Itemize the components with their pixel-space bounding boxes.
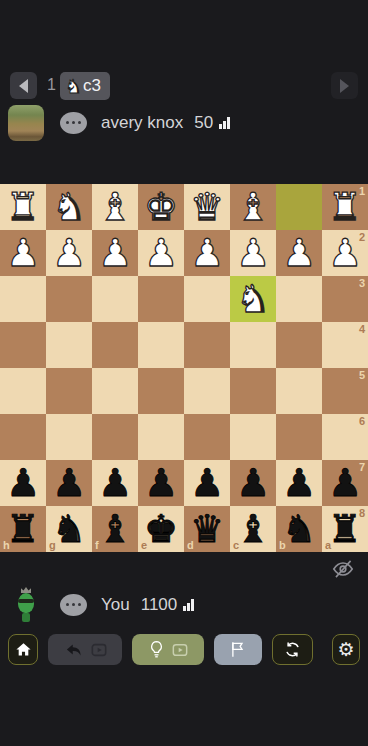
home-icon xyxy=(15,641,32,658)
rank-label: 8 xyxy=(359,507,365,519)
chevron-right-icon xyxy=(340,79,349,93)
square-b4[interactable] xyxy=(276,322,322,368)
square-h8[interactable]: ♜h xyxy=(0,506,46,552)
home-button[interactable] xyxy=(8,634,38,665)
square-g8[interactable]: ♞g xyxy=(46,506,92,552)
piece-black-pawn: ♟︎ xyxy=(46,460,92,506)
opponent-rating: 50 xyxy=(194,113,213,133)
player-row: You 1100 xyxy=(8,586,360,624)
chat-bubble-icon[interactable] xyxy=(60,112,87,134)
square-a6[interactable]: 6 xyxy=(322,414,368,460)
piece-white-bishop: ♝ xyxy=(230,184,276,230)
current-move-chip[interactable]: ♞ c3 xyxy=(60,72,110,100)
piece-black-pawn: ♟︎ xyxy=(230,460,276,506)
square-d7[interactable]: ♟︎ xyxy=(184,460,230,506)
square-f5[interactable] xyxy=(92,368,138,414)
move-san: c3 xyxy=(83,76,101,96)
resign-flag-button[interactable] xyxy=(214,634,262,665)
square-e4[interactable] xyxy=(138,322,184,368)
square-h4[interactable] xyxy=(0,322,46,368)
square-d6[interactable] xyxy=(184,414,230,460)
piece-white-pawn: ♟︎ xyxy=(92,230,138,276)
square-g2[interactable]: ♟︎ xyxy=(46,230,92,276)
square-g4[interactable] xyxy=(46,322,92,368)
piece-white-pawn: ♟︎ xyxy=(138,230,184,276)
square-d5[interactable] xyxy=(184,368,230,414)
square-b8[interactable]: ♞b xyxy=(276,506,322,552)
opponent-name: avery knox xyxy=(101,113,183,133)
square-h3[interactable] xyxy=(0,276,46,322)
chevron-left-icon xyxy=(19,79,28,93)
piece-white-knight: ♞ xyxy=(230,276,276,322)
square-e1[interactable]: ♚ xyxy=(138,184,184,230)
piece-black-pawn: ♟︎ xyxy=(92,460,138,506)
square-c2[interactable]: ♟︎ xyxy=(230,230,276,276)
square-d1[interactable]: ♛ xyxy=(184,184,230,230)
square-d3[interactable] xyxy=(184,276,230,322)
rating-bars-icon xyxy=(219,117,230,129)
game-screen: 1 ♞ c3 avery knox 50 ♜♞♝♚♛♝♜1♟︎♟︎♟︎♟︎♟︎♟… xyxy=(0,0,368,746)
square-h5[interactable] xyxy=(0,368,46,414)
chat-bubble-icon[interactable] xyxy=(60,594,87,616)
square-b2[interactable]: ♟︎ xyxy=(276,230,322,276)
square-a1[interactable]: ♜1 xyxy=(322,184,368,230)
square-d8[interactable]: ♛d xyxy=(184,506,230,552)
square-g3[interactable] xyxy=(46,276,92,322)
piece-white-rook: ♜ xyxy=(0,184,46,230)
file-label: f xyxy=(95,539,99,551)
square-f4[interactable] xyxy=(92,322,138,368)
square-b1[interactable] xyxy=(276,184,322,230)
square-c4[interactable] xyxy=(230,322,276,368)
square-h1[interactable]: ♜ xyxy=(0,184,46,230)
square-h2[interactable]: ♟︎ xyxy=(0,230,46,276)
rank-label: 7 xyxy=(359,461,365,473)
player-rating: 1100 xyxy=(141,595,178,615)
square-e3[interactable] xyxy=(138,276,184,322)
square-c7[interactable]: ♟︎ xyxy=(230,460,276,506)
eye-slash-icon xyxy=(330,556,356,582)
hint-button[interactable] xyxy=(132,634,204,665)
opponent-avatar[interactable] xyxy=(8,104,44,142)
file-label: c xyxy=(233,539,239,551)
square-g6[interactable] xyxy=(46,414,92,460)
square-h6[interactable] xyxy=(0,414,46,460)
file-label: g xyxy=(49,539,56,551)
piece-white-pawn: ♟︎ xyxy=(0,230,46,276)
square-b5[interactable] xyxy=(276,368,322,414)
square-d2[interactable]: ♟︎ xyxy=(184,230,230,276)
opponent-row: avery knox 50 xyxy=(8,104,360,142)
piece-black-pawn: ♟︎ xyxy=(0,460,46,506)
piece-white-queen: ♛ xyxy=(184,184,230,230)
rank-label: 1 xyxy=(359,185,365,197)
hide-eye-button[interactable] xyxy=(330,556,356,582)
square-c6[interactable] xyxy=(230,414,276,460)
square-e8[interactable]: ♚e xyxy=(138,506,184,552)
piece-white-bishop: ♝ xyxy=(92,184,138,230)
video-icon xyxy=(172,643,188,657)
next-move-button[interactable] xyxy=(331,72,358,99)
square-g7[interactable]: ♟︎ xyxy=(46,460,92,506)
refresh-icon xyxy=(283,640,302,659)
square-a7[interactable]: ♟︎7 xyxy=(322,460,368,506)
square-c5[interactable] xyxy=(230,368,276,414)
flag-icon xyxy=(229,640,247,659)
avatar-character xyxy=(16,587,36,623)
video-icon xyxy=(91,643,107,657)
rating-bars-icon xyxy=(183,599,194,611)
player-avatar[interactable] xyxy=(8,586,44,624)
piece-white-pawn: ♟︎ xyxy=(230,230,276,276)
square-b3[interactable] xyxy=(276,276,322,322)
settings-button[interactable]: ⚙ xyxy=(332,634,360,665)
square-g1[interactable]: ♞ xyxy=(46,184,92,230)
square-h7[interactable]: ♟︎ xyxy=(0,460,46,506)
rank-label: 3 xyxy=(359,277,365,289)
square-e5[interactable] xyxy=(138,368,184,414)
piece-white-king: ♚ xyxy=(138,184,184,230)
square-f1[interactable]: ♝ xyxy=(92,184,138,230)
piece-white-pawn: ♟︎ xyxy=(184,230,230,276)
undo-arrow-icon xyxy=(64,640,84,660)
square-e2[interactable]: ♟︎ xyxy=(138,230,184,276)
gear-icon: ⚙ xyxy=(337,640,354,659)
toolbar: ⚙ xyxy=(8,634,360,665)
square-f7[interactable]: ♟︎ xyxy=(92,460,138,506)
square-a2[interactable]: ♟︎2 xyxy=(322,230,368,276)
prev-move-button[interactable] xyxy=(10,72,37,99)
square-f8[interactable]: ♝f xyxy=(92,506,138,552)
square-f6[interactable] xyxy=(92,414,138,460)
square-a8[interactable]: ♜8a xyxy=(322,506,368,552)
rank-label: 4 xyxy=(359,323,365,335)
file-label: h xyxy=(3,539,10,551)
piece-black-pawn: ♟︎ xyxy=(138,460,184,506)
square-c3[interactable]: ♞ xyxy=(230,276,276,322)
square-c8[interactable]: ♝c xyxy=(230,506,276,552)
square-d4[interactable] xyxy=(184,322,230,368)
file-label: b xyxy=(279,539,286,551)
square-e7[interactable]: ♟︎ xyxy=(138,460,184,506)
square-e6[interactable] xyxy=(138,414,184,460)
piece-black-pawn: ♟︎ xyxy=(276,460,322,506)
square-a5[interactable]: 5 xyxy=(322,368,368,414)
piece-black-pawn: ♟︎ xyxy=(184,460,230,506)
move-number: 1 xyxy=(47,76,56,94)
square-a4[interactable]: 4 xyxy=(322,322,368,368)
file-label: a xyxy=(325,539,331,551)
square-b7[interactable]: ♟︎ xyxy=(276,460,322,506)
square-f2[interactable]: ♟︎ xyxy=(92,230,138,276)
rank-label: 2 xyxy=(359,231,365,243)
rematch-button[interactable] xyxy=(272,634,313,665)
piece-white-pawn: ♟︎ xyxy=(276,230,322,276)
avatar-image xyxy=(8,105,44,141)
file-label: e xyxy=(141,539,147,551)
piece-white-knight: ♞ xyxy=(46,184,92,230)
square-g5[interactable] xyxy=(46,368,92,414)
lightbulb-icon xyxy=(148,640,165,659)
move-navigation: 1 ♞ c3 xyxy=(0,72,368,100)
rank-label: 6 xyxy=(359,415,365,427)
board: ♜♞♝♚♛♝♜1♟︎♟︎♟︎♟︎♟︎♟︎♟︎♟︎2♞3456♟︎♟︎♟︎♟︎♟︎… xyxy=(0,184,368,552)
square-a3[interactable]: 3 xyxy=(322,276,368,322)
undo-button[interactable] xyxy=(48,634,122,665)
knight-icon: ♞ xyxy=(65,75,82,97)
rank-label: 5 xyxy=(359,369,365,381)
square-f3[interactable] xyxy=(92,276,138,322)
piece-white-pawn: ♟︎ xyxy=(46,230,92,276)
player-name: You xyxy=(101,595,130,615)
square-b6[interactable] xyxy=(276,414,322,460)
file-label: d xyxy=(187,539,194,551)
square-c1[interactable]: ♝ xyxy=(230,184,276,230)
